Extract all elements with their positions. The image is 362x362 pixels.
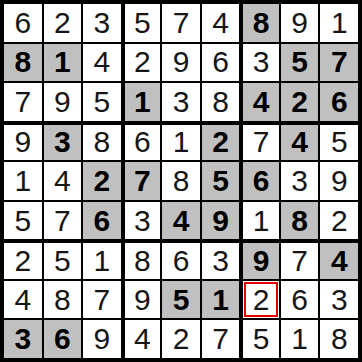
cell-value: 1 bbox=[54, 47, 71, 77]
cell-r3c9[interactable]: 6 bbox=[320, 83, 358, 121]
cell-value: 3 bbox=[291, 166, 308, 196]
cell-r2c5[interactable]: 9 bbox=[162, 44, 200, 82]
cell-r6c3[interactable]: 6 bbox=[83, 202, 121, 240]
cell-value: 7 bbox=[331, 47, 348, 77]
cell-value: 6 bbox=[253, 166, 270, 196]
cell-r8c2[interactable]: 8 bbox=[44, 281, 82, 319]
cell-r7c5[interactable]: 6 bbox=[162, 241, 200, 279]
cell-value: 5 bbox=[14, 206, 31, 236]
cell-value: 9 bbox=[212, 206, 229, 236]
cell-value: 4 bbox=[134, 324, 151, 354]
cell-r5c2[interactable]: 4 bbox=[44, 162, 82, 200]
cell-value: 9 bbox=[54, 87, 71, 117]
cell-value: 3 bbox=[253, 47, 270, 77]
cell-r8c1[interactable]: 4 bbox=[4, 281, 42, 319]
cell-r7c9[interactable]: 4 bbox=[320, 241, 358, 279]
cell-value: 3 bbox=[173, 87, 190, 117]
cell-value: 4 bbox=[94, 47, 111, 77]
cell-value: 9 bbox=[14, 127, 31, 157]
cell-value: 4 bbox=[291, 127, 308, 157]
cell-value: 3 bbox=[94, 8, 111, 38]
cell-r7c2[interactable]: 5 bbox=[44, 241, 82, 279]
cell-r3c4[interactable]: 1 bbox=[123, 83, 161, 121]
cell-value: 7 bbox=[134, 166, 151, 196]
cell-r6c8[interactable]: 8 bbox=[281, 202, 319, 240]
cell-r4c2[interactable]: 3 bbox=[44, 123, 82, 161]
cell-value: 3 bbox=[14, 324, 31, 354]
cell-value: 9 bbox=[94, 324, 111, 354]
cell-r5c1[interactable]: 1 bbox=[4, 162, 42, 200]
cell-value: 8 bbox=[253, 8, 270, 38]
cell-value: 7 bbox=[54, 206, 71, 236]
cell-value: 2 bbox=[134, 47, 151, 77]
cell-value: 6 bbox=[331, 87, 348, 117]
cell-value: 5 bbox=[253, 324, 270, 354]
cell-value: 5 bbox=[212, 166, 229, 196]
cell-r5c9[interactable]: 9 bbox=[320, 162, 358, 200]
cell-r5c7[interactable]: 6 bbox=[241, 162, 279, 200]
cell-value: 5 bbox=[54, 246, 71, 276]
cell-value: 2 bbox=[173, 324, 190, 354]
cell-value: 6 bbox=[54, 324, 71, 354]
cell-value: 1 bbox=[173, 127, 190, 157]
cell-value: 8 bbox=[54, 285, 71, 315]
cell-r6c7[interactable]: 1 bbox=[241, 202, 279, 240]
cell-r4c4[interactable]: 6 bbox=[123, 123, 161, 161]
cell-value: 7 bbox=[212, 324, 229, 354]
cell-value: 6 bbox=[291, 285, 308, 315]
cell-r9c4[interactable]: 4 bbox=[123, 320, 161, 358]
cell-value: 1 bbox=[291, 324, 308, 354]
cell-r2c8[interactable]: 5 bbox=[281, 44, 319, 82]
sudoku-board: 6235748918142963577951384269386127451427… bbox=[0, 0, 362, 362]
cell-r1c6[interactable]: 4 bbox=[202, 4, 240, 42]
cell-value: 6 bbox=[94, 206, 111, 236]
cell-r9c7[interactable]: 5 bbox=[241, 320, 279, 358]
cell-value: 1 bbox=[253, 206, 270, 236]
cell-r4c5[interactable]: 1 bbox=[162, 123, 200, 161]
cell-r9c5[interactable]: 2 bbox=[162, 320, 200, 358]
cell-r1c2[interactable]: 2 bbox=[44, 4, 82, 42]
cell-value: 2 bbox=[253, 285, 270, 315]
cell-value: 7 bbox=[291, 246, 308, 276]
cell-value: 1 bbox=[14, 166, 31, 196]
cell-value: 4 bbox=[212, 8, 229, 38]
cell-r7c7[interactable]: 9 bbox=[241, 241, 279, 279]
cell-value: 7 bbox=[94, 285, 111, 315]
cell-r4c9[interactable]: 5 bbox=[320, 123, 358, 161]
cell-r2c2[interactable]: 1 bbox=[44, 44, 82, 82]
cell-r8c9[interactable]: 3 bbox=[320, 281, 358, 319]
cell-r1c3[interactable]: 3 bbox=[83, 4, 121, 42]
cell-value: 7 bbox=[14, 87, 31, 117]
cell-r6c2[interactable]: 7 bbox=[44, 202, 82, 240]
cell-r9c6[interactable]: 7 bbox=[202, 320, 240, 358]
cell-r2c3[interactable]: 4 bbox=[83, 44, 121, 82]
cell-value: 2 bbox=[14, 246, 31, 276]
cell-r6c1[interactable]: 5 bbox=[4, 202, 42, 240]
cell-r2c7[interactable]: 3 bbox=[241, 44, 279, 82]
cell-value: 9 bbox=[253, 246, 270, 276]
cell-value: 7 bbox=[173, 8, 190, 38]
cell-r1c1[interactable]: 6 bbox=[4, 4, 42, 42]
cell-value: 5 bbox=[94, 87, 111, 117]
cell-r8c3[interactable]: 7 bbox=[83, 281, 121, 319]
cell-r3c5[interactable]: 3 bbox=[162, 83, 200, 121]
cell-value: 4 bbox=[173, 206, 190, 236]
cell-value: 9 bbox=[291, 8, 308, 38]
cell-r9c1[interactable]: 3 bbox=[4, 320, 42, 358]
cell-value: 7 bbox=[253, 127, 270, 157]
cell-value: 4 bbox=[253, 87, 270, 117]
cell-value: 5 bbox=[173, 285, 190, 315]
cell-value: 1 bbox=[134, 87, 151, 117]
cell-value: 6 bbox=[14, 8, 31, 38]
cell-r9c2[interactable]: 6 bbox=[44, 320, 82, 358]
cell-r3c2[interactable]: 9 bbox=[44, 83, 82, 121]
cell-r5c8[interactable]: 3 bbox=[281, 162, 319, 200]
cell-r5c5[interactable]: 8 bbox=[162, 162, 200, 200]
cell-r2c9[interactable]: 7 bbox=[320, 44, 358, 82]
cell-r7c3[interactable]: 1 bbox=[83, 241, 121, 279]
cell-value: 1 bbox=[331, 8, 348, 38]
cell-value: 4 bbox=[14, 285, 31, 315]
cell-r3c1[interactable]: 7 bbox=[4, 83, 42, 121]
cell-value: 3 bbox=[331, 285, 348, 315]
cell-r5c3[interactable]: 2 bbox=[83, 162, 121, 200]
cell-r7c6[interactable]: 3 bbox=[202, 241, 240, 279]
cell-value: 3 bbox=[54, 127, 71, 157]
cell-value: 9 bbox=[331, 166, 348, 196]
cell-r8c8[interactable]: 6 bbox=[281, 281, 319, 319]
cell-r1c4[interactable]: 5 bbox=[123, 4, 161, 42]
cell-r4c8[interactable]: 4 bbox=[281, 123, 319, 161]
cell-r4c6[interactable]: 2 bbox=[202, 123, 240, 161]
cell-value: 1 bbox=[212, 285, 229, 315]
cell-value: 8 bbox=[331, 324, 348, 354]
cell-value: 4 bbox=[331, 246, 348, 276]
cell-r3c8[interactable]: 2 bbox=[281, 83, 319, 121]
cell-value: 3 bbox=[134, 206, 151, 236]
cell-value: 6 bbox=[173, 246, 190, 276]
cell-r3c3[interactable]: 5 bbox=[83, 83, 121, 121]
cell-r8c5[interactable]: 5 bbox=[162, 281, 200, 319]
cell-r3c6[interactable]: 8 bbox=[202, 83, 240, 121]
cell-value: 8 bbox=[134, 246, 151, 276]
cell-value: 8 bbox=[173, 166, 190, 196]
cell-r4c3[interactable]: 8 bbox=[83, 123, 121, 161]
cell-r5c4[interactable]: 7 bbox=[123, 162, 161, 200]
cell-r2c1[interactable]: 8 bbox=[4, 44, 42, 82]
cell-r6c9[interactable]: 2 bbox=[320, 202, 358, 240]
cell-r3c7[interactable]: 4 bbox=[241, 83, 279, 121]
cell-r2c6[interactable]: 6 bbox=[202, 44, 240, 82]
cell-r6c6[interactable]: 9 bbox=[202, 202, 240, 240]
cell-value: 2 bbox=[54, 8, 71, 38]
cell-r9c8[interactable]: 1 bbox=[281, 320, 319, 358]
cell-r4c7[interactable]: 7 bbox=[241, 123, 279, 161]
cell-r8c4[interactable]: 9 bbox=[123, 281, 161, 319]
cell-r6c5[interactable]: 4 bbox=[162, 202, 200, 240]
cell-value: 8 bbox=[291, 206, 308, 236]
cell-r2c4[interactable]: 2 bbox=[123, 44, 161, 82]
cell-value: 2 bbox=[291, 87, 308, 117]
cell-r4c1[interactable]: 9 bbox=[4, 123, 42, 161]
cell-r1c5[interactable]: 7 bbox=[162, 4, 200, 42]
cell-r9c9[interactable]: 8 bbox=[320, 320, 358, 358]
cell-value: 8 bbox=[212, 87, 229, 117]
cell-value: 8 bbox=[14, 47, 31, 77]
cell-r1c8[interactable]: 9 bbox=[281, 4, 319, 42]
cell-r1c7[interactable]: 8 bbox=[241, 4, 279, 42]
cell-r1c9[interactable]: 1 bbox=[320, 4, 358, 42]
cell-value: 6 bbox=[134, 127, 151, 157]
cell-value: 5 bbox=[134, 8, 151, 38]
cell-value: 3 bbox=[212, 246, 229, 276]
cell-value: 5 bbox=[331, 127, 348, 157]
cell-value: 8 bbox=[94, 127, 111, 157]
cell-r7c1[interactable]: 2 bbox=[4, 241, 42, 279]
cell-r5c6[interactable]: 5 bbox=[202, 162, 240, 200]
cell-r8c6[interactable]: 1 bbox=[202, 281, 240, 319]
cell-r9c3[interactable]: 9 bbox=[83, 320, 121, 358]
cell-value: 5 bbox=[291, 47, 308, 77]
cell-value: 9 bbox=[134, 285, 151, 315]
cell-value: 4 bbox=[54, 166, 71, 196]
cell-value: 6 bbox=[212, 47, 229, 77]
cell-r7c8[interactable]: 7 bbox=[281, 241, 319, 279]
cell-r7c4[interactable]: 8 bbox=[123, 241, 161, 279]
cell-value: 2 bbox=[212, 127, 229, 157]
cell-value: 2 bbox=[331, 206, 348, 236]
cell-r6c4[interactable]: 3 bbox=[123, 202, 161, 240]
cell-value: 2 bbox=[94, 166, 111, 196]
selected-cell[interactable]: 2 bbox=[241, 281, 279, 319]
cell-value: 1 bbox=[94, 246, 111, 276]
cell-value: 9 bbox=[173, 47, 190, 77]
